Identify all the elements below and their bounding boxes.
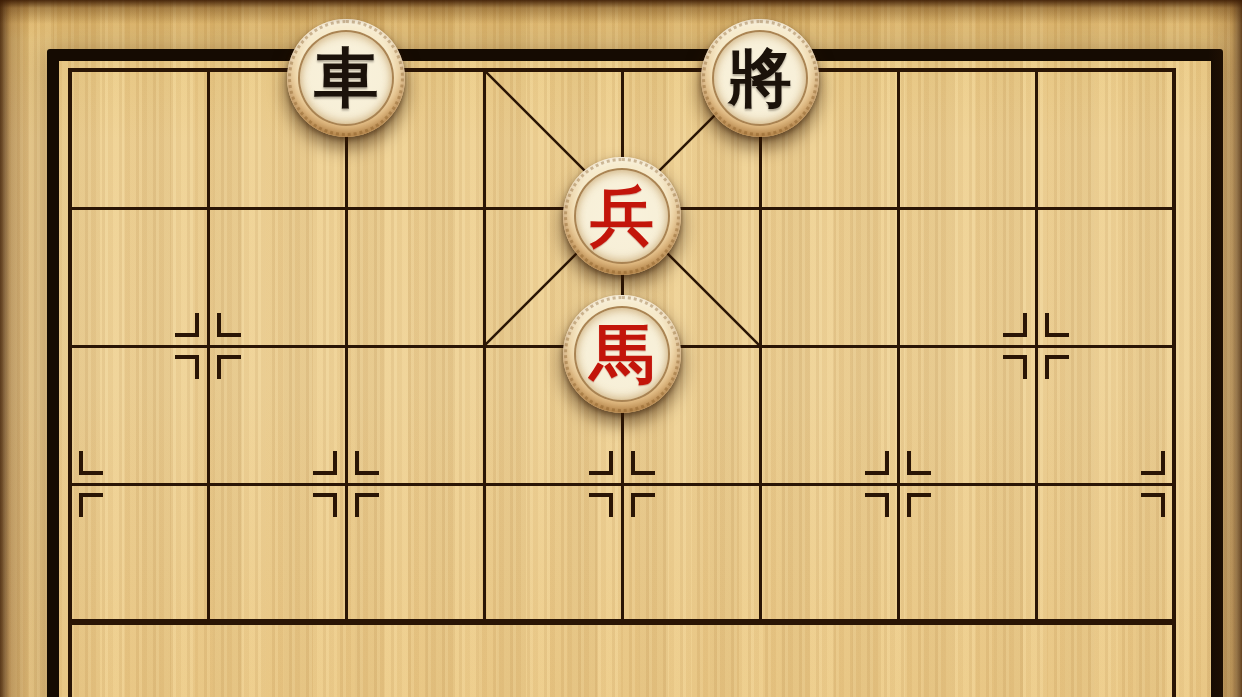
- file-line-8: [1172, 68, 1176, 697]
- mark-6-v: [1161, 451, 1165, 475]
- mark-3-v: [355, 493, 359, 517]
- xiangqi-board[interactable]: 車將兵馬: [0, 0, 1242, 697]
- mark-1-v: [1023, 313, 1027, 337]
- mark-5-v: [885, 493, 889, 517]
- mark-4-v: [631, 451, 635, 475]
- mark-5-v: [907, 451, 911, 475]
- mark-5-v: [907, 493, 911, 517]
- mark-4-v: [631, 493, 635, 517]
- mark-0-v: [195, 355, 199, 379]
- mark-5-v: [885, 451, 889, 475]
- mark-3-v: [333, 493, 337, 517]
- mark-0-v: [217, 355, 221, 379]
- rank-line-3: [68, 483, 1176, 486]
- mark-3-v: [333, 451, 337, 475]
- mark-0-v: [217, 313, 221, 337]
- piece-glyph-black-chariot: 車: [287, 19, 405, 137]
- mark-2-v: [79, 493, 83, 517]
- mark-6-v: [1161, 493, 1165, 517]
- piece-glyph-red-horse: 馬: [563, 295, 681, 413]
- piece-glyph-red-soldier: 兵: [563, 157, 681, 275]
- rank-line-0: [68, 68, 1176, 72]
- mark-3-v: [355, 451, 359, 475]
- piece-red-horse[interactable]: 馬: [563, 295, 681, 413]
- piece-red-soldier[interactable]: 兵: [563, 157, 681, 275]
- mark-4-v: [609, 451, 613, 475]
- mark-1-v: [1045, 355, 1049, 379]
- piece-glyph-black-general: 將: [701, 19, 819, 137]
- rank-line-4: [68, 619, 1176, 625]
- piece-black-chariot[interactable]: 車: [287, 19, 405, 137]
- mark-4-v: [609, 493, 613, 517]
- mark-1-v: [1045, 313, 1049, 337]
- mark-0-v: [195, 313, 199, 337]
- mark-2-v: [79, 451, 83, 475]
- piece-black-general[interactable]: 將: [701, 19, 819, 137]
- mark-1-v: [1023, 355, 1027, 379]
- file-line-0: [68, 68, 72, 697]
